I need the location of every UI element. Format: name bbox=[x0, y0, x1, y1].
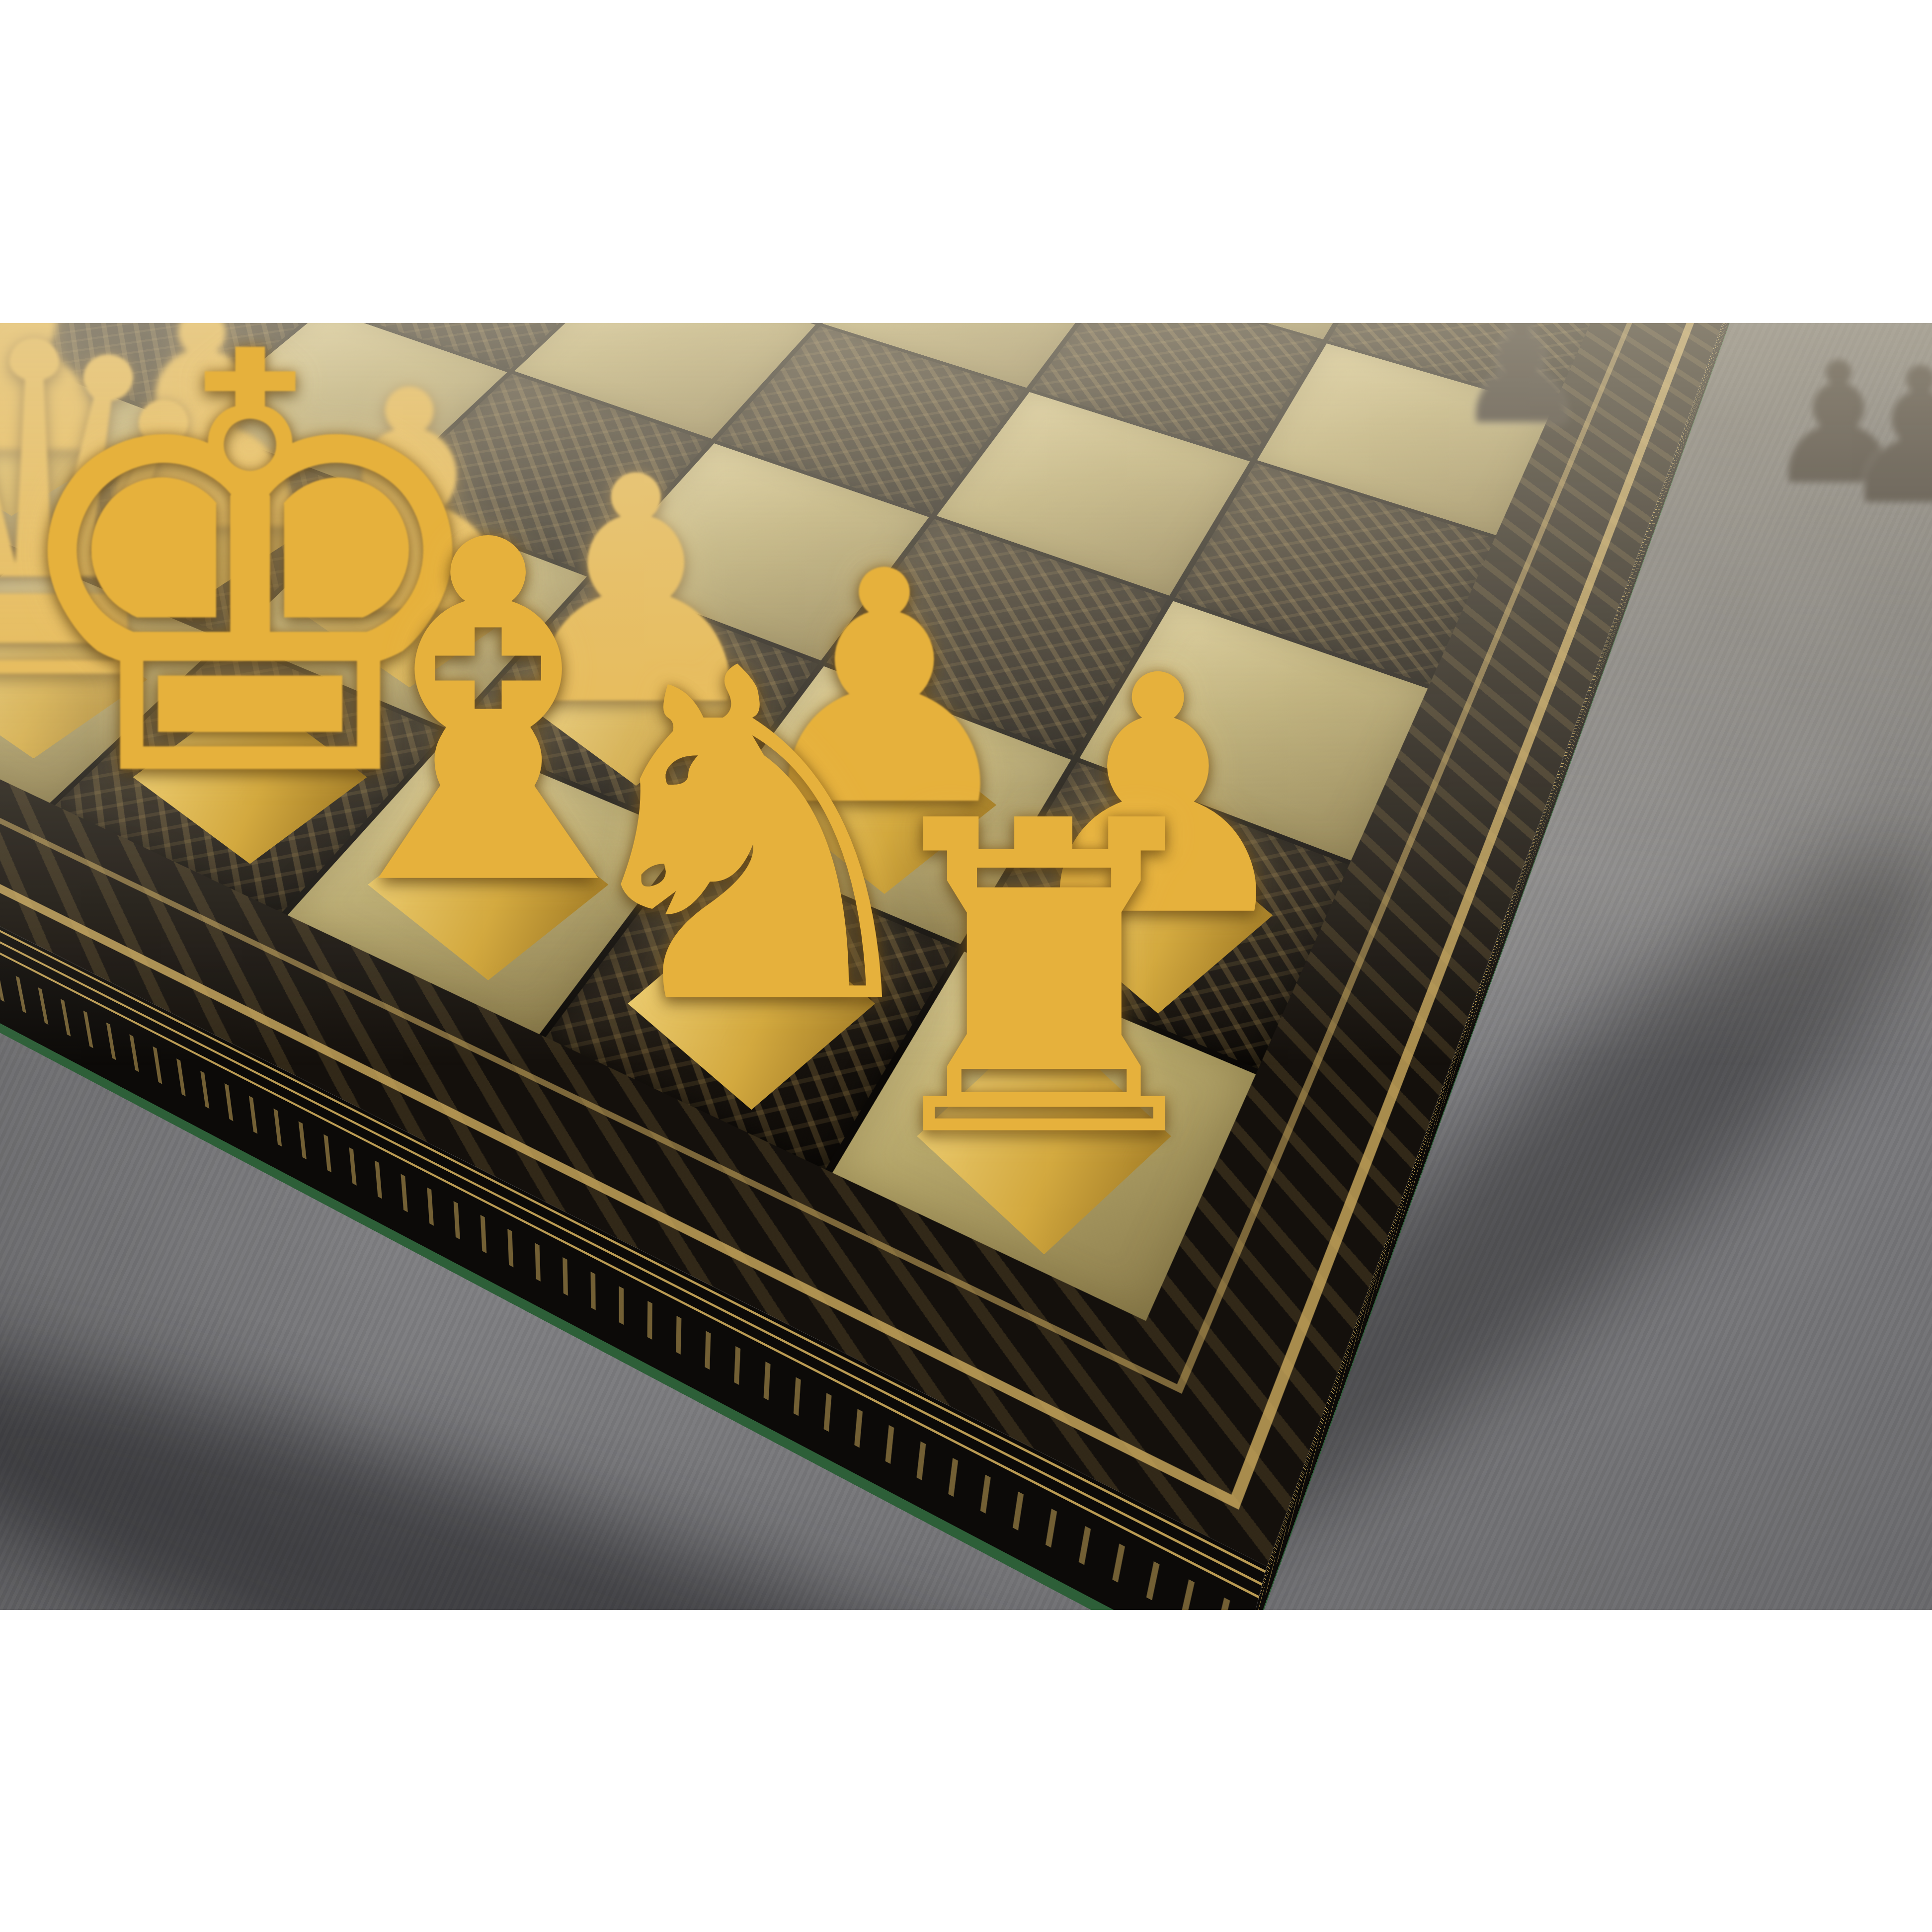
chess-board bbox=[0, 323, 1808, 1567]
square-g3 bbox=[826, 519, 1167, 755]
square-f4 bbox=[717, 326, 1025, 514]
square-c1 bbox=[0, 478, 20, 703]
white-bar-top bbox=[0, 0, 1932, 323]
square-b3 bbox=[0, 323, 146, 352]
photo-band: ♜♞♝♛♚♝♞♜♟♟♟♟♟♟♟♟♟♟♟♟♟♟♟ bbox=[0, 323, 1932, 1610]
square-f5 bbox=[822, 323, 1108, 388]
board-top-face bbox=[0, 323, 1808, 1567]
square-g4 bbox=[936, 392, 1250, 596]
dark-pawn-distant-3: ♟ bbox=[1836, 343, 1932, 532]
square-h5 bbox=[1257, 343, 1552, 535]
square-c3 bbox=[8, 323, 320, 420]
square-f3 bbox=[595, 443, 929, 660]
square-b2 bbox=[0, 323, 0, 473]
square-h2 bbox=[967, 762, 1349, 1069]
square-e1 bbox=[55, 642, 445, 912]
square-h3 bbox=[1079, 601, 1428, 861]
board-grid bbox=[0, 323, 1686, 1321]
square-h6 bbox=[1328, 323, 1603, 406]
square-d1 bbox=[0, 556, 223, 803]
square-f2 bbox=[454, 578, 818, 831]
square-d3 bbox=[188, 323, 507, 493]
square-g5 bbox=[1031, 323, 1321, 459]
square-g1 bbox=[545, 838, 958, 1169]
square-c2 bbox=[0, 356, 180, 551]
board-frame-inner-line bbox=[0, 323, 1725, 1394]
square-e3 bbox=[383, 374, 709, 573]
dark-pawn-distant-2: ♟ bbox=[1763, 339, 1915, 508]
square-d4 bbox=[327, 323, 622, 370]
square-g2 bbox=[698, 666, 1071, 944]
square-h4 bbox=[1175, 463, 1495, 685]
square-e2 bbox=[232, 498, 587, 729]
square-e4 bbox=[514, 323, 815, 439]
square-h1 bbox=[832, 952, 1256, 1321]
white-bar-bottom bbox=[0, 1610, 1932, 1932]
square-g6 bbox=[1114, 323, 1384, 339]
square-d2 bbox=[29, 424, 375, 636]
square-f1 bbox=[288, 735, 689, 1034]
